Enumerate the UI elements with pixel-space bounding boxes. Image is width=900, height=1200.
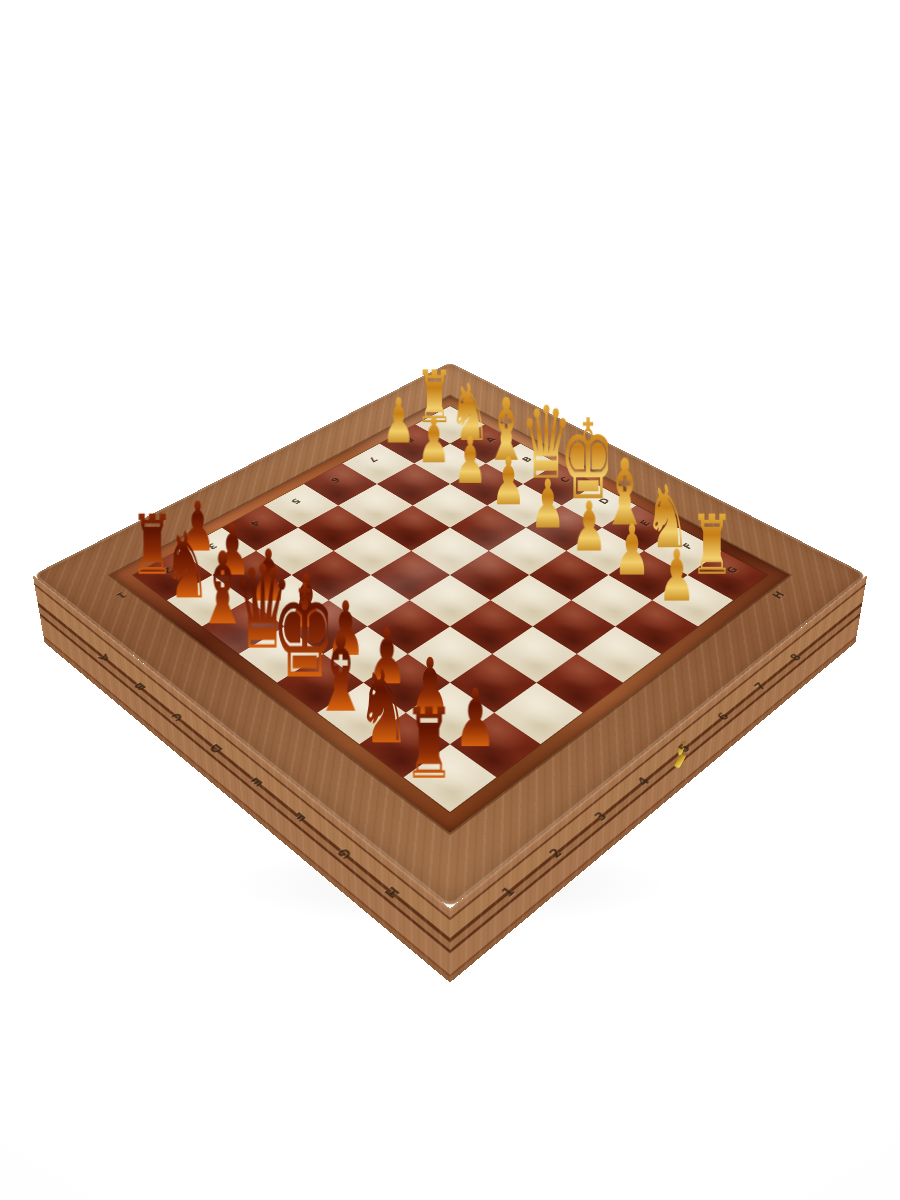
- scene: ♜♜♞♞♝♝♛♛♚♚♝♝♞♞♜♜♟♟♟♟♟♟♟♟♟♟♟♟♟♟♟♟♟♟♟♟♟♟♟♟…: [0, 0, 900, 1200]
- wooden-frame: ♜♜♞♞♝♝♛♛♚♚♝♝♞♞♜♜♟♟♟♟♟♟♟♟♟♟♟♟♟♟♟♟♟♟♟♟♟♟♟♟…: [33, 362, 867, 908]
- chess-box: ♜♜♞♞♝♝♛♛♚♚♝♝♞♞♜♜♟♟♟♟♟♟♟♟♟♟♟♟♟♟♟♟♟♟♟♟♟♟♟♟…: [33, 362, 867, 908]
- piece-reflection: ♜: [399, 793, 460, 858]
- brass-latch-plate-icon: [674, 754, 687, 769]
- file-label-h-far: H: [770, 590, 788, 601]
- brass-latch: [669, 732, 694, 776]
- rank-label-1-left: 1: [114, 590, 129, 600]
- piece-glyph: ♜: [399, 695, 460, 792]
- studio-photo-background: ♜♜♞♞♝♝♛♛♚♚♝♝♞♞♜♜♟♟♟♟♟♟♟♟♟♟♟♟♟♟♟♟♟♟♟♟♟♟♟♟…: [0, 0, 900, 1200]
- piece-glyph: ♟: [650, 540, 703, 612]
